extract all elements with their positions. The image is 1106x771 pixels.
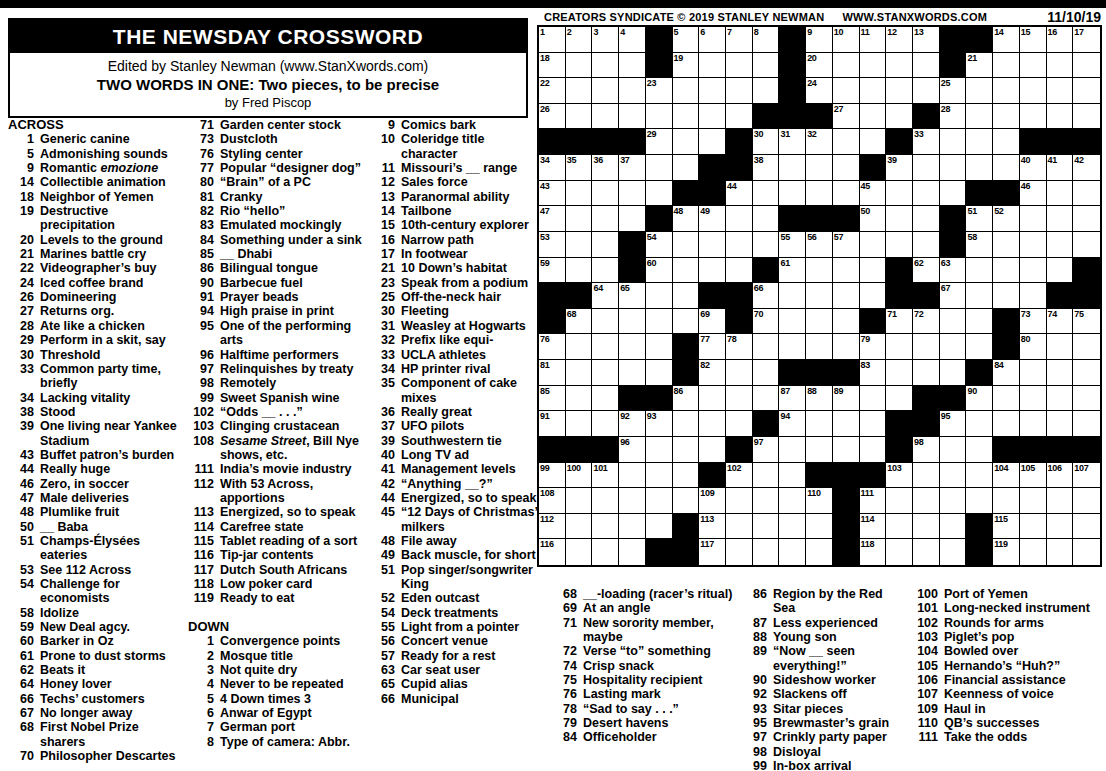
grid-cell[interactable]: [833, 258, 860, 284]
grid-cell[interactable]: [619, 360, 646, 386]
grid-cell[interactable]: 111: [860, 488, 887, 514]
grid-cell[interactable]: [993, 104, 1020, 130]
grid-cell[interactable]: [966, 488, 993, 514]
grid-cell[interactable]: [753, 181, 780, 207]
grid-cell[interactable]: 63: [940, 258, 967, 284]
grid-cell[interactable]: [806, 334, 833, 360]
grid-cell[interactable]: 84: [993, 360, 1020, 386]
grid-cell[interactable]: [993, 53, 1020, 79]
grid-cell[interactable]: 112: [539, 514, 566, 540]
grid-cell[interactable]: [913, 181, 940, 207]
grid-cell[interactable]: 20: [806, 53, 833, 79]
grid-cell[interactable]: 53: [539, 232, 566, 258]
grid-cell[interactable]: [646, 437, 673, 463]
grid-cell[interactable]: [966, 437, 993, 463]
grid-cell[interactable]: 98: [913, 437, 940, 463]
grid-cell[interactable]: [1073, 386, 1100, 412]
grid-cell[interactable]: 67: [940, 283, 967, 309]
grid-cell[interactable]: [646, 104, 673, 130]
grid-cell[interactable]: [993, 155, 1020, 181]
grid-cell[interactable]: [1047, 78, 1074, 104]
grid-cell[interactable]: 1: [539, 27, 566, 53]
grid-cell[interactable]: [860, 258, 887, 284]
grid-cell[interactable]: [966, 155, 993, 181]
grid-cell[interactable]: 23: [646, 78, 673, 104]
grid-cell[interactable]: [940, 360, 967, 386]
grid-cell[interactable]: [753, 232, 780, 258]
grid-cell[interactable]: 99: [539, 463, 566, 489]
grid-cell[interactable]: 72: [913, 309, 940, 335]
grid-cell[interactable]: [592, 258, 619, 284]
grid-cell[interactable]: 5: [673, 27, 700, 53]
grid-cell[interactable]: [1020, 258, 1047, 284]
grid-cell[interactable]: [940, 129, 967, 155]
grid-cell[interactable]: [860, 104, 887, 130]
grid-cell[interactable]: [699, 411, 726, 437]
grid-cell[interactable]: [726, 360, 753, 386]
grid-cell[interactable]: 36: [592, 155, 619, 181]
grid-cell[interactable]: 115: [993, 514, 1020, 540]
grid-cell[interactable]: [592, 488, 619, 514]
grid-cell[interactable]: [779, 155, 806, 181]
grid-cell[interactable]: [993, 258, 1020, 284]
grid-cell[interactable]: [753, 206, 780, 232]
grid-cell[interactable]: [806, 539, 833, 565]
grid-cell[interactable]: 15: [1020, 27, 1047, 53]
grid-cell[interactable]: [833, 53, 860, 79]
grid-cell[interactable]: [1047, 386, 1074, 412]
grid-cell[interactable]: [966, 258, 993, 284]
grid-cell[interactable]: [1073, 232, 1100, 258]
grid-cell[interactable]: [619, 206, 646, 232]
grid-cell[interactable]: [566, 334, 593, 360]
grid-cell[interactable]: [753, 539, 780, 565]
grid-cell[interactable]: [673, 463, 700, 489]
grid-cell[interactable]: [619, 488, 646, 514]
grid-cell[interactable]: [913, 360, 940, 386]
grid-cell[interactable]: 102: [726, 463, 753, 489]
grid-cell[interactable]: [860, 129, 887, 155]
grid-cell[interactable]: 108: [539, 488, 566, 514]
grid-cell[interactable]: 94: [779, 411, 806, 437]
grid-cell[interactable]: [779, 437, 806, 463]
grid-cell[interactable]: 58: [966, 232, 993, 258]
grid-cell[interactable]: [673, 309, 700, 335]
grid-cell[interactable]: 49: [699, 206, 726, 232]
grid-cell[interactable]: 28: [940, 104, 967, 130]
grid-cell[interactable]: 88: [806, 386, 833, 412]
grid-cell[interactable]: [673, 232, 700, 258]
grid-cell[interactable]: [886, 206, 913, 232]
grid-cell[interactable]: 54: [646, 232, 673, 258]
grid-cell[interactable]: [860, 53, 887, 79]
grid-cell[interactable]: [886, 78, 913, 104]
grid-cell[interactable]: [833, 437, 860, 463]
grid-cell[interactable]: 87: [779, 386, 806, 412]
grid-cell[interactable]: [1073, 206, 1100, 232]
grid-cell[interactable]: 50: [860, 206, 887, 232]
grid-cell[interactable]: [673, 488, 700, 514]
grid-cell[interactable]: [966, 411, 993, 437]
grid-cell[interactable]: [1073, 334, 1100, 360]
grid-cell[interactable]: [673, 78, 700, 104]
grid-cell[interactable]: [753, 360, 780, 386]
grid-cell[interactable]: [726, 539, 753, 565]
grid-cell[interactable]: [806, 514, 833, 540]
grid-cell[interactable]: 117: [699, 539, 726, 565]
grid-cell[interactable]: [833, 181, 860, 207]
grid-cell[interactable]: [726, 488, 753, 514]
grid-cell[interactable]: 3: [592, 27, 619, 53]
grid-cell[interactable]: [646, 309, 673, 335]
grid-cell[interactable]: [886, 334, 913, 360]
grid-cell[interactable]: [993, 283, 1020, 309]
grid-cell[interactable]: 79: [860, 334, 887, 360]
grid-cell[interactable]: 64: [592, 283, 619, 309]
grid-cell[interactable]: 114: [860, 514, 887, 540]
grid-cell[interactable]: [1020, 53, 1047, 79]
grid-cell[interactable]: [1073, 78, 1100, 104]
grid-cell[interactable]: 103: [886, 463, 913, 489]
grid-cell[interactable]: [886, 53, 913, 79]
grid-cell[interactable]: 8: [753, 27, 780, 53]
grid-cell[interactable]: [673, 411, 700, 437]
grid-cell[interactable]: [753, 78, 780, 104]
grid-cell[interactable]: [886, 539, 913, 565]
grid-cell[interactable]: [966, 129, 993, 155]
grid-cell[interactable]: [592, 386, 619, 412]
grid-cell[interactable]: [566, 181, 593, 207]
grid-cell[interactable]: 77: [699, 334, 726, 360]
grid-cell[interactable]: [833, 78, 860, 104]
grid-cell[interactable]: [860, 283, 887, 309]
grid-cell[interactable]: 35: [566, 155, 593, 181]
grid-cell[interactable]: [726, 206, 753, 232]
grid-cell[interactable]: [726, 386, 753, 412]
grid-cell[interactable]: 76: [539, 334, 566, 360]
grid-cell[interactable]: 39: [886, 155, 913, 181]
grid-cell[interactable]: 32: [806, 129, 833, 155]
grid-cell[interactable]: [1047, 411, 1074, 437]
grid-cell[interactable]: 90: [966, 386, 993, 412]
grid-cell[interactable]: 29: [646, 129, 673, 155]
grid-cell[interactable]: [913, 334, 940, 360]
grid-cell[interactable]: [726, 258, 753, 284]
grid-cell[interactable]: [673, 258, 700, 284]
grid-cell[interactable]: [1020, 360, 1047, 386]
grid-cell[interactable]: [1047, 488, 1074, 514]
grid-cell[interactable]: [833, 334, 860, 360]
grid-cell[interactable]: [592, 53, 619, 79]
grid-cell[interactable]: [592, 411, 619, 437]
grid-cell[interactable]: 48: [673, 206, 700, 232]
grid-cell[interactable]: [779, 488, 806, 514]
grid-cell[interactable]: 75: [1073, 309, 1100, 335]
grid-cell[interactable]: [673, 104, 700, 130]
grid-cell[interactable]: 10: [833, 27, 860, 53]
grid-cell[interactable]: 40: [1020, 155, 1047, 181]
grid-cell[interactable]: 82: [699, 360, 726, 386]
grid-cell[interactable]: [646, 463, 673, 489]
grid-cell[interactable]: 93: [646, 411, 673, 437]
grid-cell[interactable]: 73: [1020, 309, 1047, 335]
grid-cell[interactable]: 46: [1020, 181, 1047, 207]
grid-cell[interactable]: [913, 78, 940, 104]
grid-cell[interactable]: [913, 539, 940, 565]
grid-cell[interactable]: 14: [993, 27, 1020, 53]
grid-cell[interactable]: [1047, 539, 1074, 565]
grid-cell[interactable]: 109: [699, 488, 726, 514]
grid-cell[interactable]: [566, 232, 593, 258]
grid-cell[interactable]: [726, 78, 753, 104]
grid-cell[interactable]: 18: [539, 53, 566, 79]
grid-cell[interactable]: [1020, 411, 1047, 437]
grid-cell[interactable]: [753, 488, 780, 514]
grid-cell[interactable]: [592, 539, 619, 565]
grid-cell[interactable]: 16: [1047, 27, 1074, 53]
grid-cell[interactable]: [1073, 53, 1100, 79]
grid-cell[interactable]: [779, 309, 806, 335]
grid-cell[interactable]: 113: [699, 514, 726, 540]
grid-cell[interactable]: [966, 104, 993, 130]
grid-cell[interactable]: [913, 206, 940, 232]
grid-cell[interactable]: 33: [913, 129, 940, 155]
grid-cell[interactable]: [779, 334, 806, 360]
grid-cell[interactable]: [726, 104, 753, 130]
grid-cell[interactable]: 89: [833, 386, 860, 412]
grid-cell[interactable]: [1020, 232, 1047, 258]
grid-cell[interactable]: [966, 334, 993, 360]
grid-cell[interactable]: 85: [539, 386, 566, 412]
grid-cell[interactable]: [726, 53, 753, 79]
grid-cell[interactable]: [860, 437, 887, 463]
grid-cell[interactable]: 106: [1047, 463, 1074, 489]
grid-cell[interactable]: 70: [753, 309, 780, 335]
grid-cell[interactable]: [592, 232, 619, 258]
grid-cell[interactable]: [860, 78, 887, 104]
grid-cell[interactable]: [913, 488, 940, 514]
grid-cell[interactable]: [966, 463, 993, 489]
grid-cell[interactable]: [592, 309, 619, 335]
grid-cell[interactable]: 22: [539, 78, 566, 104]
grid-cell[interactable]: [940, 155, 967, 181]
grid-cell[interactable]: 56: [806, 232, 833, 258]
grid-cell[interactable]: 65: [619, 283, 646, 309]
grid-cell[interactable]: 30: [753, 129, 780, 155]
grid-cell[interactable]: [1047, 104, 1074, 130]
grid-cell[interactable]: 83: [860, 360, 887, 386]
grid-cell[interactable]: 25: [940, 78, 967, 104]
grid-cell[interactable]: [1020, 283, 1047, 309]
grid-cell[interactable]: [1073, 488, 1100, 514]
grid-cell[interactable]: 97: [753, 437, 780, 463]
grid-cell[interactable]: 55: [779, 232, 806, 258]
grid-cell[interactable]: [993, 411, 1020, 437]
grid-cell[interactable]: [913, 155, 940, 181]
grid-cell[interactable]: 42: [1073, 155, 1100, 181]
grid-cell[interactable]: [646, 155, 673, 181]
grid-cell[interactable]: [1020, 539, 1047, 565]
grid-cell[interactable]: 62: [913, 258, 940, 284]
grid-cell[interactable]: [860, 386, 887, 412]
grid-cell[interactable]: [753, 514, 780, 540]
grid-cell[interactable]: [779, 283, 806, 309]
grid-cell[interactable]: [833, 129, 860, 155]
grid-cell[interactable]: [699, 53, 726, 79]
grid-cell[interactable]: 66: [753, 283, 780, 309]
grid-cell[interactable]: 43: [539, 181, 566, 207]
grid-cell[interactable]: [673, 155, 700, 181]
grid-cell[interactable]: [779, 514, 806, 540]
grid-cell[interactable]: [726, 514, 753, 540]
grid-cell[interactable]: [993, 78, 1020, 104]
grid-cell[interactable]: [1020, 488, 1047, 514]
grid-cell[interactable]: [1020, 206, 1047, 232]
grid-cell[interactable]: 107: [1073, 463, 1100, 489]
grid-cell[interactable]: [592, 78, 619, 104]
grid-cell[interactable]: 74: [1047, 309, 1074, 335]
grid-cell[interactable]: 34: [539, 155, 566, 181]
grid-cell[interactable]: [779, 181, 806, 207]
grid-cell[interactable]: [913, 232, 940, 258]
grid-cell[interactable]: 96: [619, 437, 646, 463]
grid-cell[interactable]: [619, 104, 646, 130]
grid-cell[interactable]: [886, 104, 913, 130]
crossword-grid[interactable]: 1234567891011121314151617181920212223242…: [537, 25, 1102, 567]
grid-cell[interactable]: [940, 463, 967, 489]
grid-cell[interactable]: [673, 437, 700, 463]
grid-cell[interactable]: 59: [539, 258, 566, 284]
grid-cell[interactable]: 101: [592, 463, 619, 489]
grid-cell[interactable]: [753, 463, 780, 489]
grid-cell[interactable]: [913, 514, 940, 540]
grid-cell[interactable]: [566, 104, 593, 130]
grid-cell[interactable]: 41: [1047, 155, 1074, 181]
grid-cell[interactable]: [592, 181, 619, 207]
grid-cell[interactable]: [673, 283, 700, 309]
grid-cell[interactable]: 9: [806, 27, 833, 53]
grid-cell[interactable]: [646, 283, 673, 309]
grid-cell[interactable]: 45: [860, 181, 887, 207]
grid-cell[interactable]: [886, 232, 913, 258]
grid-cell[interactable]: [1047, 206, 1074, 232]
grid-cell[interactable]: 86: [673, 386, 700, 412]
grid-cell[interactable]: [619, 463, 646, 489]
grid-cell[interactable]: [940, 181, 967, 207]
grid-cell[interactable]: 100: [566, 463, 593, 489]
grid-cell[interactable]: [619, 514, 646, 540]
grid-cell[interactable]: [1073, 181, 1100, 207]
grid-cell[interactable]: 37: [619, 155, 646, 181]
grid-cell[interactable]: [886, 514, 913, 540]
grid-cell[interactable]: [993, 129, 1020, 155]
grid-cell[interactable]: [779, 539, 806, 565]
grid-cell[interactable]: [886, 360, 913, 386]
grid-cell[interactable]: [619, 309, 646, 335]
grid-cell[interactable]: [619, 78, 646, 104]
grid-cell[interactable]: [779, 463, 806, 489]
grid-cell[interactable]: [886, 488, 913, 514]
grid-cell[interactable]: [1047, 514, 1074, 540]
grid-cell[interactable]: [940, 539, 967, 565]
grid-cell[interactable]: 78: [726, 334, 753, 360]
grid-cell[interactable]: [806, 155, 833, 181]
grid-cell[interactable]: 60: [646, 258, 673, 284]
grid-cell[interactable]: 68: [566, 309, 593, 335]
grid-cell[interactable]: [886, 386, 913, 412]
grid-cell[interactable]: [699, 258, 726, 284]
grid-cell[interactable]: [592, 104, 619, 130]
grid-cell[interactable]: 110: [806, 488, 833, 514]
grid-cell[interactable]: 69: [699, 309, 726, 335]
grid-cell[interactable]: [566, 488, 593, 514]
grid-cell[interactable]: [566, 411, 593, 437]
grid-cell[interactable]: [833, 155, 860, 181]
grid-cell[interactable]: [592, 514, 619, 540]
grid-cell[interactable]: 95: [940, 411, 967, 437]
grid-cell[interactable]: [966, 78, 993, 104]
grid-cell[interactable]: 81: [539, 360, 566, 386]
grid-cell[interactable]: [753, 386, 780, 412]
grid-cell[interactable]: [646, 488, 673, 514]
grid-cell[interactable]: [1047, 258, 1074, 284]
grid-cell[interactable]: 52: [993, 206, 1020, 232]
grid-cell[interactable]: 61: [779, 258, 806, 284]
grid-cell[interactable]: 24: [806, 78, 833, 104]
grid-cell[interactable]: [753, 334, 780, 360]
grid-cell[interactable]: [860, 232, 887, 258]
grid-cell[interactable]: [993, 386, 1020, 412]
grid-cell[interactable]: 80: [1020, 334, 1047, 360]
grid-cell[interactable]: [699, 104, 726, 130]
grid-cell[interactable]: 71: [886, 309, 913, 335]
grid-cell[interactable]: [592, 360, 619, 386]
grid-cell[interactable]: [592, 334, 619, 360]
grid-cell[interactable]: [940, 437, 967, 463]
grid-cell[interactable]: [619, 53, 646, 79]
grid-cell[interactable]: 44: [726, 181, 753, 207]
grid-cell[interactable]: 7: [726, 27, 753, 53]
grid-cell[interactable]: [806, 437, 833, 463]
grid-cell[interactable]: [833, 411, 860, 437]
grid-cell[interactable]: [833, 283, 860, 309]
grid-cell[interactable]: [833, 309, 860, 335]
grid-cell[interactable]: [1047, 334, 1074, 360]
grid-cell[interactable]: 21: [966, 53, 993, 79]
grid-cell[interactable]: [566, 78, 593, 104]
grid-cell[interactable]: [566, 539, 593, 565]
grid-cell[interactable]: 92: [619, 411, 646, 437]
grid-cell[interactable]: 12: [886, 27, 913, 53]
grid-cell[interactable]: [806, 309, 833, 335]
grid-cell[interactable]: [886, 181, 913, 207]
grid-cell[interactable]: [619, 181, 646, 207]
grid-cell[interactable]: [806, 283, 833, 309]
grid-cell[interactable]: 91: [539, 411, 566, 437]
grid-cell[interactable]: 4: [619, 27, 646, 53]
grid-cell[interactable]: 116: [539, 539, 566, 565]
grid-cell[interactable]: [913, 53, 940, 79]
grid-cell[interactable]: [566, 386, 593, 412]
grid-cell[interactable]: [646, 514, 673, 540]
grid-cell[interactable]: [566, 258, 593, 284]
grid-cell[interactable]: [566, 514, 593, 540]
grid-cell[interactable]: 13: [913, 27, 940, 53]
grid-cell[interactable]: [940, 514, 967, 540]
grid-cell[interactable]: [726, 411, 753, 437]
grid-cell[interactable]: [1047, 181, 1074, 207]
grid-cell[interactable]: [699, 78, 726, 104]
